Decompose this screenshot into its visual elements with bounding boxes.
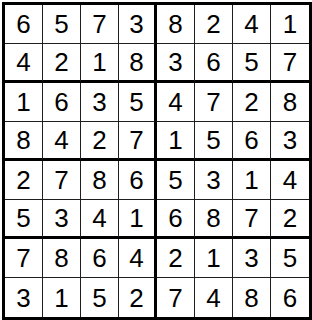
cell-r8c2[interactable]: 1 xyxy=(43,278,81,317)
cell-r3c7[interactable]: 2 xyxy=(233,83,271,122)
cell-r8c6[interactable]: 4 xyxy=(195,278,233,317)
cell-r8c7[interactable]: 8 xyxy=(233,278,271,317)
cell-r5c7[interactable]: 1 xyxy=(233,161,271,200)
cell-r6c7[interactable]: 7 xyxy=(233,200,271,239)
cell-r7c5[interactable]: 2 xyxy=(157,239,195,278)
cell-r1c5[interactable]: 8 xyxy=(157,5,195,44)
cell-r8c3[interactable]: 5 xyxy=(81,278,119,317)
cell-r5c4[interactable]: 6 xyxy=(119,161,157,200)
cell-r6c1[interactable]: 5 xyxy=(5,200,43,239)
cell-r4c4[interactable]: 7 xyxy=(119,122,157,161)
cell-r6c5[interactable]: 6 xyxy=(157,200,195,239)
cell-r7c4[interactable]: 4 xyxy=(119,239,157,278)
cell-r5c1[interactable]: 2 xyxy=(5,161,43,200)
cell-r6c2[interactable]: 3 xyxy=(43,200,81,239)
cell-r7c8[interactable]: 5 xyxy=(271,239,309,278)
cell-r6c8[interactable]: 2 xyxy=(271,200,309,239)
cell-r5c8[interactable]: 4 xyxy=(271,161,309,200)
sudoku-page: 6573824142183657163547288427156327865314… xyxy=(0,0,312,320)
cell-r3c2[interactable]: 6 xyxy=(43,83,81,122)
cell-r1c6[interactable]: 2 xyxy=(195,5,233,44)
cell-r8c4[interactable]: 2 xyxy=(119,278,157,317)
cell-r1c2[interactable]: 5 xyxy=(43,5,81,44)
cell-r8c1[interactable]: 3 xyxy=(5,278,43,317)
cell-r2c4[interactable]: 8 xyxy=(119,44,157,83)
cell-r2c3[interactable]: 1 xyxy=(81,44,119,83)
cell-r8c8[interactable]: 6 xyxy=(271,278,309,317)
cell-r6c4[interactable]: 1 xyxy=(119,200,157,239)
cell-r5c6[interactable]: 3 xyxy=(195,161,233,200)
cell-r6c6[interactable]: 8 xyxy=(195,200,233,239)
cell-r2c2[interactable]: 2 xyxy=(43,44,81,83)
cell-r1c3[interactable]: 7 xyxy=(81,5,119,44)
cell-r5c3[interactable]: 8 xyxy=(81,161,119,200)
cell-r3c3[interactable]: 3 xyxy=(81,83,119,122)
cell-r4c3[interactable]: 2 xyxy=(81,122,119,161)
cell-r4c5[interactable]: 1 xyxy=(157,122,195,161)
cell-r3c5[interactable]: 4 xyxy=(157,83,195,122)
cell-r4c7[interactable]: 6 xyxy=(233,122,271,161)
cell-r7c3[interactable]: 6 xyxy=(81,239,119,278)
cell-r3c6[interactable]: 7 xyxy=(195,83,233,122)
cell-r6c3[interactable]: 4 xyxy=(81,200,119,239)
cell-r4c6[interactable]: 5 xyxy=(195,122,233,161)
cell-r2c5[interactable]: 3 xyxy=(157,44,195,83)
cell-r2c1[interactable]: 4 xyxy=(5,44,43,83)
cell-r7c7[interactable]: 3 xyxy=(233,239,271,278)
cell-r1c1[interactable]: 6 xyxy=(5,5,43,44)
sudoku-board: 6573824142183657163547288427156327865314… xyxy=(2,2,312,320)
cell-r1c4[interactable]: 3 xyxy=(119,5,157,44)
cell-r7c6[interactable]: 1 xyxy=(195,239,233,278)
cell-r7c1[interactable]: 7 xyxy=(5,239,43,278)
cell-r2c8[interactable]: 7 xyxy=(271,44,309,83)
cell-r2c6[interactable]: 6 xyxy=(195,44,233,83)
cell-r1c7[interactable]: 4 xyxy=(233,5,271,44)
cell-r3c8[interactable]: 8 xyxy=(271,83,309,122)
cell-r1c8[interactable]: 1 xyxy=(271,5,309,44)
cell-r4c1[interactable]: 8 xyxy=(5,122,43,161)
cell-r4c2[interactable]: 4 xyxy=(43,122,81,161)
cell-r8c5[interactable]: 7 xyxy=(157,278,195,317)
cell-r7c2[interactable]: 8 xyxy=(43,239,81,278)
cell-r4c8[interactable]: 3 xyxy=(271,122,309,161)
cell-r2c7[interactable]: 5 xyxy=(233,44,271,83)
cell-r3c4[interactable]: 5 xyxy=(119,83,157,122)
cell-r5c5[interactable]: 5 xyxy=(157,161,195,200)
cell-r3c1[interactable]: 1 xyxy=(5,83,43,122)
cell-r5c2[interactable]: 7 xyxy=(43,161,81,200)
